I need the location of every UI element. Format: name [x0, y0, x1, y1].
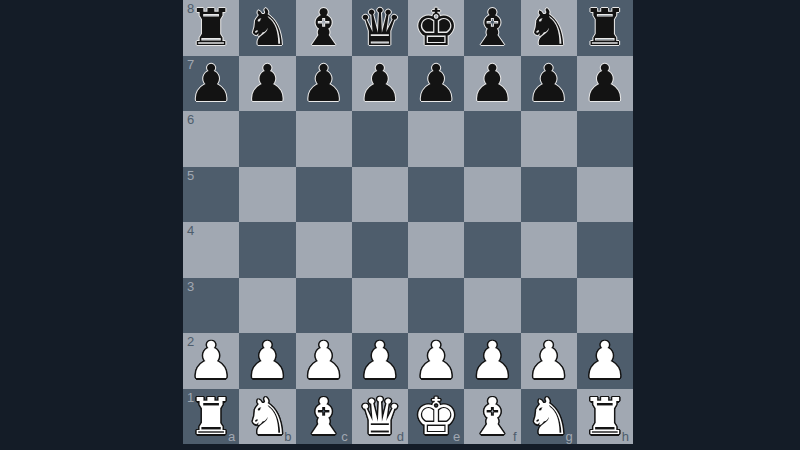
- square-e1[interactable]: e♚: [408, 389, 464, 445]
- square-a7[interactable]: 7♟: [183, 56, 239, 112]
- square-f5[interactable]: [464, 167, 520, 223]
- square-e5[interactable]: [408, 167, 464, 223]
- square-c6[interactable]: [296, 111, 352, 167]
- piece-white-pawn[interactable]: ♟: [357, 333, 403, 388]
- square-a5[interactable]: 5: [183, 167, 239, 223]
- square-d8[interactable]: ♛: [352, 0, 408, 56]
- square-f6[interactable]: [464, 111, 520, 167]
- piece-black-pawn[interactable]: ♟: [301, 56, 347, 111]
- square-e2[interactable]: ♟: [408, 333, 464, 389]
- square-b3[interactable]: [239, 278, 295, 334]
- piece-white-queen[interactable]: ♛: [357, 389, 403, 444]
- square-c7[interactable]: ♟: [296, 56, 352, 112]
- square-c3[interactable]: [296, 278, 352, 334]
- piece-white-pawn[interactable]: ♟: [582, 333, 628, 388]
- square-h2[interactable]: ♟: [577, 333, 633, 389]
- square-b6[interactable]: [239, 111, 295, 167]
- square-d4[interactable]: [352, 222, 408, 278]
- square-g6[interactable]: [521, 111, 577, 167]
- piece-black-pawn[interactable]: ♟: [357, 56, 403, 111]
- square-f1[interactable]: f♝: [464, 389, 520, 445]
- square-f7[interactable]: ♟: [464, 56, 520, 112]
- piece-white-king[interactable]: ♚: [413, 389, 459, 444]
- square-e7[interactable]: ♟: [408, 56, 464, 112]
- square-f2[interactable]: ♟: [464, 333, 520, 389]
- square-h8[interactable]: ♜: [577, 0, 633, 56]
- square-e8[interactable]: ♚: [408, 0, 464, 56]
- square-b2[interactable]: ♟: [239, 333, 295, 389]
- piece-black-king[interactable]: ♚: [413, 0, 459, 55]
- square-d6[interactable]: [352, 111, 408, 167]
- piece-white-rook[interactable]: ♜: [582, 389, 628, 444]
- square-g1[interactable]: g♞: [521, 389, 577, 445]
- square-a1[interactable]: 1a♜: [183, 389, 239, 445]
- square-h7[interactable]: ♟: [577, 56, 633, 112]
- rank-label: 3: [187, 280, 194, 293]
- square-f4[interactable]: [464, 222, 520, 278]
- piece-black-pawn[interactable]: ♟: [526, 56, 572, 111]
- square-c8[interactable]: ♝: [296, 0, 352, 56]
- square-e6[interactable]: [408, 111, 464, 167]
- piece-white-pawn[interactable]: ♟: [470, 333, 516, 388]
- square-b7[interactable]: ♟: [239, 56, 295, 112]
- piece-white-knight[interactable]: ♞: [245, 389, 291, 444]
- square-g5[interactable]: [521, 167, 577, 223]
- square-b8[interactable]: ♞: [239, 0, 295, 56]
- square-b4[interactable]: [239, 222, 295, 278]
- square-a8[interactable]: 8♜: [183, 0, 239, 56]
- piece-black-knight[interactable]: ♞: [526, 0, 572, 55]
- piece-white-knight[interactable]: ♞: [526, 389, 572, 444]
- piece-white-pawn[interactable]: ♟: [413, 333, 459, 388]
- square-g2[interactable]: ♟: [521, 333, 577, 389]
- square-a4[interactable]: 4: [183, 222, 239, 278]
- piece-black-pawn[interactable]: ♟: [245, 56, 291, 111]
- chess-board: 8♜♞♝♛♚♝♞♜7♟♟♟♟♟♟♟♟65432♟♟♟♟♟♟♟♟1a♜b♞c♝d♛…: [183, 0, 633, 444]
- piece-white-pawn[interactable]: ♟: [301, 333, 347, 388]
- square-e4[interactable]: [408, 222, 464, 278]
- square-a2[interactable]: 2♟: [183, 333, 239, 389]
- piece-black-bishop[interactable]: ♝: [470, 0, 516, 55]
- piece-white-rook[interactable]: ♜: [188, 389, 234, 444]
- square-f3[interactable]: [464, 278, 520, 334]
- square-a3[interactable]: 3: [183, 278, 239, 334]
- square-d7[interactable]: ♟: [352, 56, 408, 112]
- square-c1[interactable]: c♝: [296, 389, 352, 445]
- square-d1[interactable]: d♛: [352, 389, 408, 445]
- piece-white-pawn[interactable]: ♟: [188, 333, 234, 388]
- piece-black-rook[interactable]: ♜: [582, 0, 628, 55]
- piece-black-bishop[interactable]: ♝: [301, 0, 347, 55]
- piece-white-bishop[interactable]: ♝: [470, 389, 516, 444]
- square-g4[interactable]: [521, 222, 577, 278]
- square-g3[interactable]: [521, 278, 577, 334]
- square-d2[interactable]: ♟: [352, 333, 408, 389]
- piece-black-rook[interactable]: ♜: [188, 0, 234, 55]
- piece-white-pawn[interactable]: ♟: [245, 333, 291, 388]
- piece-black-pawn[interactable]: ♟: [188, 56, 234, 111]
- square-b5[interactable]: [239, 167, 295, 223]
- square-a6[interactable]: 6: [183, 111, 239, 167]
- rank-label: 4: [187, 224, 194, 237]
- piece-black-knight[interactable]: ♞: [245, 0, 291, 55]
- piece-white-bishop[interactable]: ♝: [301, 389, 347, 444]
- square-c4[interactable]: [296, 222, 352, 278]
- square-f8[interactable]: ♝: [464, 0, 520, 56]
- piece-black-pawn[interactable]: ♟: [582, 56, 628, 111]
- square-h1[interactable]: h♜: [577, 389, 633, 445]
- rank-label: 6: [187, 113, 194, 126]
- piece-white-pawn[interactable]: ♟: [526, 333, 572, 388]
- square-g8[interactable]: ♞: [521, 0, 577, 56]
- square-c2[interactable]: ♟: [296, 333, 352, 389]
- square-h5[interactable]: [577, 167, 633, 223]
- rank-label: 5: [187, 169, 194, 182]
- square-h6[interactable]: [577, 111, 633, 167]
- square-h4[interactable]: [577, 222, 633, 278]
- piece-black-pawn[interactable]: ♟: [413, 56, 459, 111]
- square-d5[interactable]: [352, 167, 408, 223]
- square-d3[interactable]: [352, 278, 408, 334]
- piece-black-pawn[interactable]: ♟: [470, 56, 516, 111]
- square-c5[interactable]: [296, 167, 352, 223]
- piece-black-queen[interactable]: ♛: [357, 0, 403, 55]
- square-b1[interactable]: b♞: [239, 389, 295, 445]
- square-e3[interactable]: [408, 278, 464, 334]
- square-h3[interactable]: [577, 278, 633, 334]
- square-g7[interactable]: ♟: [521, 56, 577, 112]
